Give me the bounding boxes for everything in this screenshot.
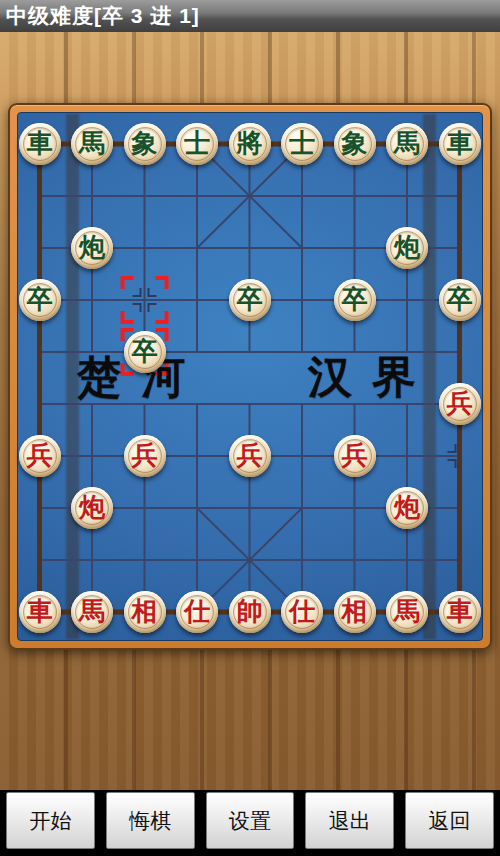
piece-red-soldier[interactable]: 兵: [334, 435, 376, 477]
piece-glyph: 相: [132, 599, 158, 625]
piece-glyph: 卒: [237, 287, 263, 313]
piece-glyph: 卒: [132, 339, 158, 365]
piece-red-horse[interactable]: 馬: [386, 591, 428, 633]
back-button[interactable]: 返回: [405, 792, 494, 849]
piece-black-horse[interactable]: 馬: [386, 123, 428, 165]
piece-red-elephant[interactable]: 相: [124, 591, 166, 633]
piece-glyph: 帥: [237, 599, 263, 625]
piece-red-elephant[interactable]: 相: [334, 591, 376, 633]
piece-black-cannon[interactable]: 炮: [71, 227, 113, 269]
xiangqi-board[interactable]: 楚河 汉界 車馬象士將士象馬車炮炮卒卒卒卒卒兵兵兵兵兵炮炮車馬相仕帥仕相馬車: [8, 103, 492, 650]
piece-glyph: 兵: [447, 391, 473, 417]
piece-red-advisor[interactable]: 仕: [281, 591, 323, 633]
piece-red-chariot[interactable]: 車: [439, 591, 481, 633]
bottom-button-bar: 开始 悔棋 设置 退出 返回: [0, 790, 500, 856]
piece-glyph: 炮: [394, 495, 420, 521]
piece-glyph: 車: [27, 131, 53, 157]
piece-black-chariot[interactable]: 車: [19, 123, 61, 165]
undo-move-button[interactable]: 悔棋: [106, 792, 195, 849]
piece-black-soldier[interactable]: 卒: [439, 279, 481, 321]
river-label-right: 汉界: [308, 348, 436, 407]
piece-glyph: 兵: [27, 443, 53, 469]
piece-black-elephant[interactable]: 象: [334, 123, 376, 165]
piece-glyph: 仕: [184, 599, 210, 625]
piece-glyph: 炮: [79, 495, 105, 521]
piece-black-advisor[interactable]: 士: [281, 123, 323, 165]
piece-glyph: 將: [237, 131, 263, 157]
piece-glyph: 兵: [132, 443, 158, 469]
piece-black-cannon[interactable]: 炮: [386, 227, 428, 269]
piece-red-cannon[interactable]: 炮: [386, 487, 428, 529]
exit-button[interactable]: 退出: [305, 792, 394, 849]
piece-glyph: 士: [184, 131, 210, 157]
start-button[interactable]: 开始: [6, 792, 95, 849]
piece-red-soldier[interactable]: 兵: [19, 435, 61, 477]
piece-glyph: 象: [132, 131, 158, 157]
piece-glyph: 炮: [394, 235, 420, 261]
piece-red-horse[interactable]: 馬: [71, 591, 113, 633]
piece-glyph: 炮: [79, 235, 105, 261]
piece-black-soldier[interactable]: 卒: [19, 279, 61, 321]
piece-red-advisor[interactable]: 仕: [176, 591, 218, 633]
piece-glyph: 士: [289, 131, 315, 157]
piece-black-horse[interactable]: 馬: [71, 123, 113, 165]
piece-glyph: 兵: [237, 443, 263, 469]
piece-red-soldier[interactable]: 兵: [439, 383, 481, 425]
piece-glyph: 相: [342, 599, 368, 625]
piece-red-soldier[interactable]: 兵: [124, 435, 166, 477]
piece-red-soldier[interactable]: 兵: [229, 435, 271, 477]
piece-glyph: 卒: [447, 287, 473, 313]
piece-glyph: 馬: [79, 599, 105, 625]
piece-black-general[interactable]: 將: [229, 123, 271, 165]
piece-glyph: 仕: [289, 599, 315, 625]
piece-black-elephant[interactable]: 象: [124, 123, 166, 165]
title-bar: 中级难度[卒 3 进 1]: [0, 0, 500, 32]
piece-black-soldier[interactable]: 卒: [229, 279, 271, 321]
piece-glyph: 卒: [342, 287, 368, 313]
piece-red-cannon[interactable]: 炮: [71, 487, 113, 529]
piece-glyph: 象: [342, 131, 368, 157]
piece-black-soldier[interactable]: 卒: [124, 331, 166, 373]
piece-glyph: 卒: [27, 287, 53, 313]
piece-glyph: 兵: [342, 443, 368, 469]
piece-black-soldier[interactable]: 卒: [334, 279, 376, 321]
piece-black-chariot[interactable]: 車: [439, 123, 481, 165]
piece-glyph: 馬: [394, 599, 420, 625]
piece-red-general[interactable]: 帥: [229, 591, 271, 633]
settings-button[interactable]: 设置: [206, 792, 295, 849]
piece-black-advisor[interactable]: 士: [176, 123, 218, 165]
piece-glyph: 車: [27, 599, 53, 625]
difficulty-and-move-title: 中级难度[卒 3 进 1]: [6, 4, 200, 27]
piece-glyph: 車: [447, 599, 473, 625]
piece-glyph: 車: [447, 131, 473, 157]
piece-glyph: 馬: [79, 131, 105, 157]
piece-red-chariot[interactable]: 車: [19, 591, 61, 633]
piece-glyph: 馬: [394, 131, 420, 157]
